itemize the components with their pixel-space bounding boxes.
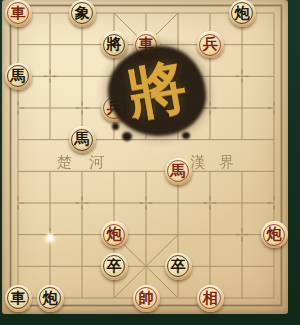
xiangqi-app: 楚河 漢界 車象炮將車兵馬兵馬馬炮炮卒卒車炮帥相 將	[0, 0, 300, 325]
piece-glyph: 馬	[11, 69, 26, 84]
piece-red-chariot[interactable]: 車	[5, 0, 32, 27]
piece-black-horse[interactable]: 馬	[5, 63, 32, 90]
piece-black-chariot[interactable]: 車	[5, 285, 32, 312]
piece-glyph: 卒	[171, 259, 186, 274]
piece-glyph: 將	[107, 37, 122, 52]
piece-glyph: 炮	[267, 227, 282, 242]
piece-red-pawn[interactable]: 兵	[101, 95, 128, 122]
river-label-chu-he: 楚河	[57, 153, 121, 172]
piece-black-cannon[interactable]: 炮	[37, 285, 64, 312]
piece-glyph: 馬	[75, 132, 90, 147]
piece-glyph: 車	[139, 37, 154, 52]
piece-glyph: 車	[11, 291, 26, 306]
piece-red-general[interactable]: 帥	[133, 285, 160, 312]
piece-glyph: 炮	[43, 291, 58, 306]
piece-black-pawn[interactable]: 卒	[165, 253, 192, 280]
piece-glyph: 炮	[107, 227, 122, 242]
piece-glyph: 象	[75, 6, 90, 21]
piece-glyph: 卒	[107, 259, 122, 274]
river-label-han-jie: 漢界	[190, 153, 248, 172]
piece-glyph: 車	[11, 6, 26, 21]
piece-black-general[interactable]: 將	[101, 31, 128, 58]
piece-red-chariot[interactable]: 車	[133, 31, 160, 58]
piece-black-horse[interactable]: 馬	[69, 126, 96, 153]
piece-black-cannon[interactable]: 炮	[229, 0, 256, 27]
piece-glyph: 兵	[107, 101, 122, 116]
piece-glyph: 炮	[235, 6, 250, 21]
piece-red-elephant[interactable]: 相	[197, 285, 224, 312]
piece-red-pawn[interactable]: 兵	[197, 31, 224, 58]
piece-glyph: 馬	[171, 164, 186, 179]
piece-black-pawn[interactable]: 卒	[101, 253, 128, 280]
piece-glyph: 兵	[203, 37, 218, 52]
piece-black-elephant[interactable]: 象	[69, 0, 96, 27]
piece-red-horse[interactable]: 馬	[165, 158, 192, 185]
piece-glyph: 帥	[139, 291, 154, 306]
piece-glyph: 相	[203, 291, 218, 306]
piece-red-cannon[interactable]: 炮	[261, 221, 288, 248]
piece-red-cannon[interactable]: 炮	[101, 221, 128, 248]
